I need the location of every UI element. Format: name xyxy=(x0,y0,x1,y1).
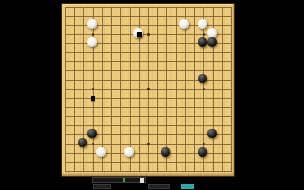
stone-black xyxy=(198,37,207,46)
stone-white xyxy=(207,28,216,37)
grid-line-vertical xyxy=(176,7,177,172)
last-move-square-marker xyxy=(137,32,142,37)
grid-line-vertical xyxy=(231,7,232,172)
grid-line-horizontal xyxy=(66,107,232,108)
stone-black xyxy=(78,138,87,147)
star-point xyxy=(92,143,94,145)
move-slider[interactable] xyxy=(92,177,146,183)
nav-button-left[interactable]: ····· xyxy=(93,184,111,190)
stone-black xyxy=(161,147,170,156)
grid-line-vertical xyxy=(194,7,195,172)
grid-line-horizontal xyxy=(66,125,232,126)
slider-tick xyxy=(123,178,125,182)
stone-white xyxy=(124,147,133,156)
grid-line-vertical xyxy=(157,7,158,172)
grid-line-horizontal xyxy=(66,116,232,117)
stone-white xyxy=(179,19,188,28)
star-point xyxy=(203,143,205,145)
stone-black xyxy=(207,37,216,46)
nav-button-right[interactable]: ······ xyxy=(148,184,170,190)
stone-black xyxy=(198,147,207,156)
go-board[interactable] xyxy=(61,3,235,177)
stone-white xyxy=(198,19,207,28)
status-text: ···· xyxy=(112,184,123,189)
grid-line-vertical xyxy=(185,7,186,172)
stone-white xyxy=(87,19,96,28)
square-marker xyxy=(91,96,96,101)
stone-black xyxy=(207,129,216,138)
grid-line-horizontal xyxy=(66,171,232,172)
star-point xyxy=(203,33,205,35)
go-app-window: ··· ··· ····· ···· ······ ····· xyxy=(0,0,304,190)
grid-line-horizontal xyxy=(66,162,232,163)
stone-black xyxy=(198,74,207,83)
stone-white xyxy=(87,37,96,46)
grid-line-vertical xyxy=(222,7,223,172)
stone-black xyxy=(87,129,96,138)
star-point xyxy=(92,33,94,35)
star-point xyxy=(147,33,149,35)
primary-action-button[interactable]: ····· xyxy=(181,184,194,190)
slider-handle[interactable] xyxy=(140,178,145,183)
star-point xyxy=(147,143,149,145)
stone-white xyxy=(96,147,105,156)
move-counter: ··· ··· xyxy=(147,176,177,181)
